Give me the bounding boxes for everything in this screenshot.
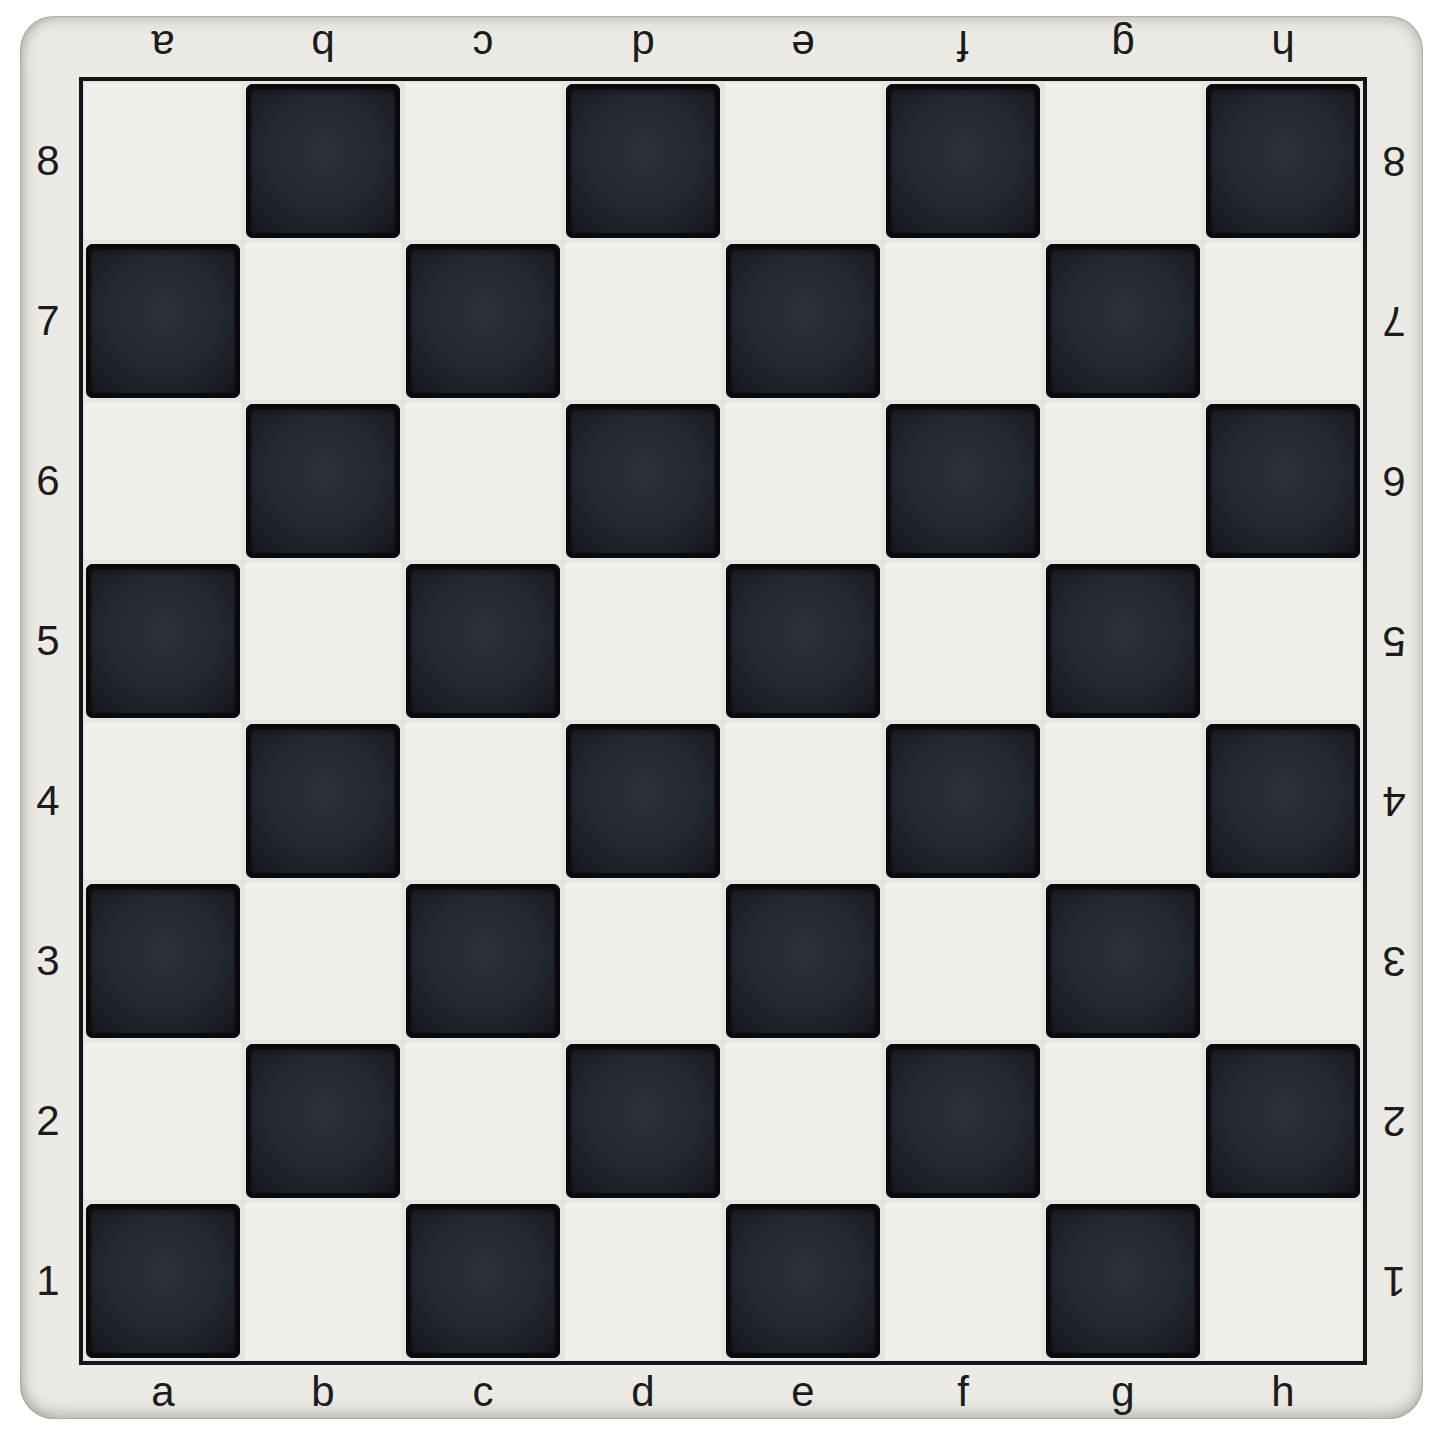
dark-square-surface [566, 1044, 720, 1198]
square-d6[interactable] [563, 401, 723, 561]
file-labels-top: abcdefgh [83, 14, 1363, 76]
square-h4[interactable] [1203, 721, 1363, 881]
rank-label-left-3: 3 [18, 881, 78, 1041]
square-g1[interactable] [1043, 1201, 1203, 1361]
file-label-bottom-g: g [1043, 1363, 1203, 1421]
rank-label-right-3: 3 [1365, 881, 1423, 1041]
file-label-top-b: b [243, 14, 403, 76]
square-f4[interactable] [883, 721, 1043, 881]
file-label-bottom-b: b [243, 1363, 403, 1421]
square-h2[interactable] [1203, 1041, 1363, 1201]
dark-square-surface [86, 1204, 240, 1358]
square-f8[interactable] [883, 81, 1043, 241]
dark-square-surface [566, 724, 720, 878]
square-d1[interactable] [563, 1201, 723, 1361]
file-label-top-h: h [1203, 14, 1363, 76]
dark-square-surface [886, 404, 1040, 558]
square-e4[interactable] [723, 721, 883, 881]
file-label-bottom-e: e [723, 1363, 883, 1421]
square-b7[interactable] [243, 241, 403, 401]
square-a5[interactable] [83, 561, 243, 721]
square-b5[interactable] [243, 561, 403, 721]
board-grid [79, 77, 1367, 1365]
square-f1[interactable] [883, 1201, 1043, 1361]
square-g4[interactable] [1043, 721, 1203, 881]
square-h1[interactable] [1203, 1201, 1363, 1361]
rank-labels-right: 87654321 [1365, 81, 1423, 1361]
square-c7[interactable] [403, 241, 563, 401]
square-c8[interactable] [403, 81, 563, 241]
dark-square-surface [1206, 1044, 1360, 1198]
square-f7[interactable] [883, 241, 1043, 401]
square-a7[interactable] [83, 241, 243, 401]
rank-label-right-5: 5 [1365, 561, 1423, 721]
square-e6[interactable] [723, 401, 883, 561]
dark-square-surface [406, 244, 560, 398]
square-b8[interactable] [243, 81, 403, 241]
dark-square-surface [886, 724, 1040, 878]
dark-square-surface [406, 884, 560, 1038]
rank-label-right-1: 1 [1365, 1201, 1423, 1361]
square-e3[interactable] [723, 881, 883, 1041]
dark-square-surface [566, 84, 720, 238]
chessboard-photo: abcdefgh abcdefgh 87654321 87654321 [0, 0, 1445, 1445]
square-a6[interactable] [83, 401, 243, 561]
square-f2[interactable] [883, 1041, 1043, 1201]
square-e5[interactable] [723, 561, 883, 721]
file-label-top-d: d [563, 14, 723, 76]
square-a4[interactable] [83, 721, 243, 881]
rank-label-left-7: 7 [18, 241, 78, 401]
rank-label-left-5: 5 [18, 561, 78, 721]
dark-square-surface [1046, 564, 1200, 718]
file-label-bottom-c: c [403, 1363, 563, 1421]
square-h6[interactable] [1203, 401, 1363, 561]
square-e7[interactable] [723, 241, 883, 401]
square-b6[interactable] [243, 401, 403, 561]
file-label-top-g: g [1043, 14, 1203, 76]
square-h8[interactable] [1203, 81, 1363, 241]
square-a1[interactable] [83, 1201, 243, 1361]
rank-label-left-1: 1 [18, 1201, 78, 1361]
dark-square-surface [1206, 404, 1360, 558]
file-label-bottom-a: a [83, 1363, 243, 1421]
square-d7[interactable] [563, 241, 723, 401]
file-label-bottom-f: f [883, 1363, 1043, 1421]
file-label-top-a: a [83, 14, 243, 76]
square-d4[interactable] [563, 721, 723, 881]
dark-square-surface [1206, 84, 1360, 238]
dark-square-surface [246, 84, 400, 238]
square-b3[interactable] [243, 881, 403, 1041]
dark-square-surface [1046, 244, 1200, 398]
square-e8[interactable] [723, 81, 883, 241]
square-h3[interactable] [1203, 881, 1363, 1041]
square-f5[interactable] [883, 561, 1043, 721]
dark-square-surface [726, 244, 880, 398]
dark-square-surface [1046, 884, 1200, 1038]
square-a2[interactable] [83, 1041, 243, 1201]
rank-label-right-7: 7 [1365, 241, 1423, 401]
square-b2[interactable] [243, 1041, 403, 1201]
square-d5[interactable] [563, 561, 723, 721]
rank-label-left-2: 2 [18, 1041, 78, 1201]
square-a8[interactable] [83, 81, 243, 241]
square-g2[interactable] [1043, 1041, 1203, 1201]
square-f3[interactable] [883, 881, 1043, 1041]
dark-square-surface [406, 564, 560, 718]
dark-square-surface [406, 1204, 560, 1358]
dark-square-surface [86, 564, 240, 718]
square-c5[interactable] [403, 561, 563, 721]
dark-square-surface [886, 84, 1040, 238]
dark-square-surface [726, 1204, 880, 1358]
rank-label-right-4: 4 [1365, 721, 1423, 881]
square-c2[interactable] [403, 1041, 563, 1201]
file-label-top-e: e [723, 14, 883, 76]
rank-label-right-8: 8 [1365, 81, 1423, 241]
dark-square-surface [246, 404, 400, 558]
square-b1[interactable] [243, 1201, 403, 1361]
square-e2[interactable] [723, 1041, 883, 1201]
square-g5[interactable] [1043, 561, 1203, 721]
square-b4[interactable] [243, 721, 403, 881]
square-d3[interactable] [563, 881, 723, 1041]
rank-label-left-4: 4 [18, 721, 78, 881]
dark-square-surface [1046, 1204, 1200, 1358]
square-c4[interactable] [403, 721, 563, 881]
square-a3[interactable] [83, 881, 243, 1041]
square-d8[interactable] [563, 81, 723, 241]
dark-square-surface [726, 564, 880, 718]
dark-square-surface [1206, 724, 1360, 878]
dark-square-surface [726, 884, 880, 1038]
file-label-bottom-h: h [1203, 1363, 1363, 1421]
square-h7[interactable] [1203, 241, 1363, 401]
rank-label-left-6: 6 [18, 401, 78, 561]
file-label-bottom-d: d [563, 1363, 723, 1421]
square-e1[interactable] [723, 1201, 883, 1361]
rank-label-right-2: 2 [1365, 1041, 1423, 1201]
square-g8[interactable] [1043, 81, 1203, 241]
square-g7[interactable] [1043, 241, 1203, 401]
square-f6[interactable] [883, 401, 1043, 561]
dark-square-surface [886, 1044, 1040, 1198]
square-g6[interactable] [1043, 401, 1203, 561]
square-g3[interactable] [1043, 881, 1203, 1041]
square-h5[interactable] [1203, 561, 1363, 721]
rank-label-left-8: 8 [18, 81, 78, 241]
dark-square-surface [566, 404, 720, 558]
square-c6[interactable] [403, 401, 563, 561]
file-label-top-c: c [403, 14, 563, 76]
dark-square-surface [246, 724, 400, 878]
dark-square-surface [246, 1044, 400, 1198]
file-labels-bottom: abcdefgh [83, 1363, 1363, 1421]
file-label-top-f: f [883, 14, 1043, 76]
square-c1[interactable] [403, 1201, 563, 1361]
dark-square-surface [86, 244, 240, 398]
square-c3[interactable] [403, 881, 563, 1041]
rank-label-right-6: 6 [1365, 401, 1423, 561]
square-d2[interactable] [563, 1041, 723, 1201]
dark-square-surface [86, 884, 240, 1038]
rank-labels-left: 87654321 [18, 81, 78, 1361]
